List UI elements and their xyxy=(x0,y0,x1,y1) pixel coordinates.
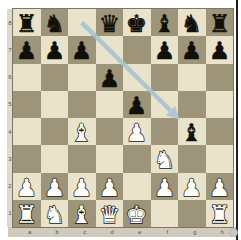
piece-black-pawn-h7[interactable]: ♟ xyxy=(206,36,233,63)
file-label-b: b xyxy=(41,227,69,237)
svg-text:♟: ♟ xyxy=(98,173,120,200)
square-a3[interactable] xyxy=(13,145,41,172)
square-a2[interactable]: ♟ xyxy=(13,173,41,200)
square-f4[interactable] xyxy=(151,118,179,145)
square-a7[interactable]: ♟ xyxy=(13,36,41,63)
file-label-g: g xyxy=(178,227,206,237)
svg-text:♟: ♟ xyxy=(181,173,203,200)
svg-text:♟: ♟ xyxy=(16,173,38,200)
square-f3[interactable]: ♞ xyxy=(151,145,179,172)
file-label-d: d xyxy=(96,227,124,237)
piece-black-bishop-g4[interactable]: ♝ xyxy=(178,118,205,145)
square-g7[interactable]: ♟ xyxy=(178,36,206,63)
piece-white-rook-a1[interactable]: ♜ xyxy=(13,200,40,227)
square-d5[interactable] xyxy=(96,91,124,118)
piece-black-pawn-b7[interactable]: ♟ xyxy=(41,36,68,63)
svg-text:♞: ♞ xyxy=(153,146,175,173)
piece-black-rook-a8[interactable]: ♜ xyxy=(13,9,40,36)
square-c3[interactable] xyxy=(68,145,96,172)
svg-text:♜: ♜ xyxy=(208,10,230,37)
svg-text:♟: ♟ xyxy=(208,173,230,200)
square-a6[interactable] xyxy=(13,64,41,91)
piece-black-pawn-c7[interactable]: ♟ xyxy=(68,36,95,63)
piece-black-bishop-f8[interactable]: ♝ xyxy=(151,9,178,36)
square-e8[interactable]: ♚ xyxy=(123,9,151,36)
square-b1[interactable]: ♞ xyxy=(41,200,69,227)
file-label-a: a xyxy=(13,227,41,237)
svg-text:♟: ♟ xyxy=(71,173,93,200)
piece-black-pawn-e5[interactable]: ♟ xyxy=(123,91,150,118)
piece-white-pawn-b2[interactable]: ♟ xyxy=(41,173,68,200)
piece-black-pawn-a7[interactable]: ♟ xyxy=(13,36,40,63)
square-h1[interactable]: ♜ xyxy=(206,200,234,227)
square-f7[interactable]: ♟ xyxy=(151,36,179,63)
square-f5[interactable] xyxy=(151,91,179,118)
square-b5[interactable] xyxy=(41,91,69,118)
svg-text:♟: ♟ xyxy=(181,37,203,64)
square-b3[interactable] xyxy=(41,145,69,172)
square-a1[interactable]: ♜ xyxy=(13,200,41,227)
piece-white-pawn-f2[interactable]: ♟ xyxy=(151,173,178,200)
file-coordinates: abcdefgh xyxy=(13,227,233,237)
svg-text:♝: ♝ xyxy=(153,10,175,37)
square-f2[interactable]: ♟ xyxy=(151,173,179,200)
svg-text:♜: ♜ xyxy=(208,200,230,227)
square-e3[interactable] xyxy=(123,145,151,172)
svg-text:♞: ♞ xyxy=(43,10,65,37)
svg-text:♟: ♟ xyxy=(126,91,148,118)
svg-text:♟: ♟ xyxy=(208,37,230,64)
svg-text:♟: ♟ xyxy=(153,173,175,200)
piece-white-knight-b1[interactable]: ♞ xyxy=(41,200,68,227)
piece-white-bishop-c1[interactable]: ♝ xyxy=(68,200,95,227)
svg-text:♟: ♟ xyxy=(126,119,148,146)
piece-white-king-e1[interactable]: ♚ xyxy=(123,200,150,227)
square-b8[interactable]: ♞ xyxy=(41,9,69,36)
piece-white-pawn-e4[interactable]: ♟ xyxy=(123,118,150,145)
piece-white-bishop-c4[interactable]: ♝ xyxy=(68,118,95,145)
square-b2[interactable]: ♟ xyxy=(41,173,69,200)
square-c5[interactable] xyxy=(68,91,96,118)
svg-text:♜: ♜ xyxy=(16,200,38,227)
piece-black-king-e8[interactable]: ♚ xyxy=(123,9,150,36)
file-label-f: f xyxy=(151,227,179,237)
square-c8[interactable] xyxy=(68,9,96,36)
square-b6[interactable] xyxy=(41,64,69,91)
piece-white-pawn-d2[interactable]: ♟ xyxy=(96,173,123,200)
square-c1[interactable]: ♝ xyxy=(68,200,96,227)
square-f1[interactable] xyxy=(151,200,179,227)
svg-text:♟: ♟ xyxy=(71,37,93,64)
square-h3[interactable] xyxy=(206,145,234,172)
square-g4[interactable]: ♝ xyxy=(178,118,206,145)
svg-text:♚: ♚ xyxy=(126,10,148,37)
square-d3[interactable] xyxy=(96,145,124,172)
square-d8[interactable]: ♛ xyxy=(96,9,124,36)
svg-text:♞: ♞ xyxy=(43,200,65,227)
piece-black-knight-g8[interactable]: ♞ xyxy=(178,9,205,36)
square-a8[interactable]: ♜ xyxy=(13,9,41,36)
square-h5[interactable] xyxy=(206,91,234,118)
piece-black-pawn-g7[interactable]: ♟ xyxy=(178,36,205,63)
square-d4[interactable] xyxy=(96,118,124,145)
square-c2[interactable]: ♟ xyxy=(68,173,96,200)
piece-black-queen-d8[interactable]: ♛ xyxy=(96,9,123,36)
square-d1[interactable]: ♛ xyxy=(96,200,124,227)
piece-white-pawn-c2[interactable]: ♟ xyxy=(68,173,95,200)
square-c7[interactable]: ♟ xyxy=(68,36,96,63)
square-g8[interactable]: ♞ xyxy=(178,9,206,36)
square-e1[interactable]: ♚ xyxy=(123,200,151,227)
piece-white-rook-h1[interactable]: ♜ xyxy=(206,200,233,227)
svg-text:♟: ♟ xyxy=(43,173,65,200)
svg-text:♝: ♝ xyxy=(71,119,93,146)
square-c4[interactable]: ♝ xyxy=(68,118,96,145)
piece-black-knight-b8[interactable]: ♞ xyxy=(41,9,68,36)
piece-black-pawn-f7[interactable]: ♟ xyxy=(151,36,178,63)
square-b7[interactable]: ♟ xyxy=(41,36,69,63)
square-h8[interactable]: ♜ xyxy=(206,9,234,36)
svg-text:♟: ♟ xyxy=(16,37,38,64)
square-h7[interactable]: ♟ xyxy=(206,36,234,63)
square-e4[interactable]: ♟ xyxy=(123,118,151,145)
svg-text:♟: ♟ xyxy=(153,37,175,64)
piece-white-pawn-g2[interactable]: ♟ xyxy=(178,173,205,200)
square-b4[interactable] xyxy=(41,118,69,145)
svg-text:♚: ♚ xyxy=(126,200,148,227)
square-d2[interactable]: ♟ xyxy=(96,173,124,200)
square-f6[interactable] xyxy=(151,64,179,91)
svg-text:♜: ♜ xyxy=(16,10,38,37)
square-g3[interactable] xyxy=(178,145,206,172)
piece-white-pawn-h2[interactable]: ♟ xyxy=(206,173,233,200)
square-e7[interactable] xyxy=(123,36,151,63)
piece-white-knight-f3[interactable]: ♞ xyxy=(151,145,178,172)
svg-text:♝: ♝ xyxy=(71,200,93,227)
chess-board[interactable]: ♜♞♛♚♝♞♜♟♟♟♟♟♟♟♟♝♟♝♞♟♟♟♟♟♟♟♜♞♝♛♚♜ xyxy=(12,8,234,228)
square-d6[interactable]: ♟ xyxy=(96,64,124,91)
square-d7[interactable] xyxy=(96,36,124,63)
file-label-c: c xyxy=(68,227,96,237)
resize-handle-dot[interactable] xyxy=(229,228,238,237)
square-g2[interactable]: ♟ xyxy=(178,173,206,200)
piece-white-queen-d1[interactable]: ♛ xyxy=(96,200,123,227)
chess-board-screenshot: 87654321 ♜♞♛♚♝♞♜♟♟♟♟♟♟♟♟♝♟♝♞♟♟♟♟♟♟♟♜♞♝♛♚… xyxy=(0,0,241,240)
window-edge-divider xyxy=(236,0,238,240)
piece-black-pawn-d6[interactable]: ♟ xyxy=(96,64,123,91)
svg-text:♛: ♛ xyxy=(98,200,120,227)
square-a5[interactable] xyxy=(13,91,41,118)
svg-text:♝: ♝ xyxy=(181,119,203,146)
piece-white-pawn-a2[interactable]: ♟ xyxy=(13,173,40,200)
square-e6[interactable] xyxy=(123,64,151,91)
square-h6[interactable] xyxy=(206,64,234,91)
square-g1[interactable] xyxy=(178,200,206,227)
square-h2[interactable]: ♟ xyxy=(206,173,234,200)
square-a4[interactable] xyxy=(13,118,41,145)
square-g5[interactable] xyxy=(178,91,206,118)
piece-black-rook-h8[interactable]: ♜ xyxy=(206,9,233,36)
square-e2[interactable] xyxy=(123,173,151,200)
square-e5[interactable]: ♟ xyxy=(123,91,151,118)
square-f8[interactable]: ♝ xyxy=(151,9,179,36)
square-c6[interactable] xyxy=(68,64,96,91)
square-h4[interactable] xyxy=(206,118,234,145)
file-label-e: e xyxy=(123,227,151,237)
svg-text:♟: ♟ xyxy=(43,37,65,64)
square-g6[interactable] xyxy=(178,64,206,91)
svg-text:♞: ♞ xyxy=(181,10,203,37)
svg-text:♛: ♛ xyxy=(98,10,120,37)
svg-text:♟: ♟ xyxy=(98,64,120,91)
